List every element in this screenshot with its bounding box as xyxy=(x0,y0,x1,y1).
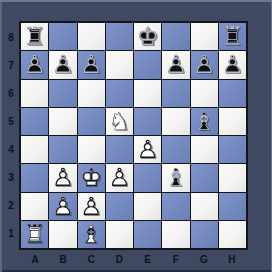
black-pawn-icon: ♟ xyxy=(21,51,48,78)
square-g3[interactable] xyxy=(191,164,218,191)
square-e8[interactable]: ♚♔ xyxy=(134,23,161,50)
file-label-b: B xyxy=(49,250,77,268)
black-pawn-outline-icon: ♙ xyxy=(21,51,48,78)
square-a8[interactable]: ♜♖ xyxy=(21,23,48,50)
square-e7[interactable] xyxy=(134,51,161,78)
file-label-g: G xyxy=(190,250,218,268)
black-rook-outline-icon: ♖ xyxy=(219,23,246,50)
white-king-icon: ♚ xyxy=(78,164,105,191)
square-h3[interactable] xyxy=(219,164,246,191)
square-f8[interactable] xyxy=(162,23,189,50)
black-pawn-icon: ♟ xyxy=(78,51,105,78)
square-f4[interactable] xyxy=(162,136,189,163)
square-f7[interactable]: ♟♙ xyxy=(162,51,189,78)
square-h7[interactable]: ♟♙ xyxy=(219,51,246,78)
square-c1[interactable]: ♝♗ xyxy=(78,221,105,248)
chess-diagram: 87654321 ABCDEFGH ♜♖♚♔♜♖♟♙♟♙♟♙♟♙♟♙♟♙♞♘♝♗… xyxy=(0,0,272,272)
white-rook-icon: ♜ xyxy=(21,221,48,248)
square-e2[interactable] xyxy=(134,193,161,220)
square-e3[interactable] xyxy=(134,164,161,191)
square-e6[interactable] xyxy=(134,80,161,107)
white-pawn-outline-icon: ♙ xyxy=(106,164,133,191)
black-king-outline-icon: ♔ xyxy=(134,23,161,50)
square-h6[interactable] xyxy=(219,80,246,107)
white-pawn-icon: ♟ xyxy=(78,193,105,220)
square-d6[interactable] xyxy=(106,80,133,107)
white-knight-icon: ♞ xyxy=(106,108,133,135)
square-g7[interactable]: ♟♙ xyxy=(191,51,218,78)
square-h2[interactable] xyxy=(219,193,246,220)
black-rook-icon: ♜ xyxy=(21,23,48,50)
file-label-a: A xyxy=(21,250,49,268)
piece-black-pawn-g7[interactable]: ♟♙ xyxy=(191,51,218,78)
piece-white-pawn-b3[interactable]: ♟♙ xyxy=(49,164,76,191)
piece-black-pawn-f7[interactable]: ♟♙ xyxy=(162,51,189,78)
black-pawn-icon: ♟ xyxy=(191,51,218,78)
file-label-e: E xyxy=(134,250,162,268)
rank-label-8: 8 xyxy=(0,23,19,51)
black-rook-icon: ♜ xyxy=(219,23,246,50)
square-b2[interactable]: ♟♙ xyxy=(49,193,76,220)
rank-label-5: 5 xyxy=(0,107,19,135)
square-f6[interactable] xyxy=(162,80,189,107)
square-d8[interactable] xyxy=(106,23,133,50)
square-e4[interactable]: ♟♙ xyxy=(134,136,161,163)
chess-board: ♜♖♚♔♜♖♟♙♟♙♟♙♟♙♟♙♟♙♞♘♝♗♟♙♟♙♚♔♟♙♝♗♟♙♟♙♜♖♝♗ xyxy=(19,21,248,250)
white-pawn-outline-icon: ♙ xyxy=(134,136,161,163)
black-pawn-outline-icon: ♙ xyxy=(219,51,246,78)
file-labels: ABCDEFGH xyxy=(21,250,246,268)
piece-white-pawn-b2[interactable]: ♟♙ xyxy=(49,193,76,220)
square-a7[interactable]: ♟♙ xyxy=(21,51,48,78)
square-a6[interactable] xyxy=(21,80,48,107)
piece-white-knight-d5[interactable]: ♞♘ xyxy=(106,108,133,135)
black-bishop-icon: ♝ xyxy=(191,108,218,135)
black-rook-outline-icon: ♖ xyxy=(21,23,48,50)
white-pawn-icon: ♟ xyxy=(49,164,76,191)
square-c8[interactable] xyxy=(78,23,105,50)
square-c5[interactable] xyxy=(78,108,105,135)
black-pawn-icon: ♟ xyxy=(162,51,189,78)
piece-white-pawn-e4[interactable]: ♟♙ xyxy=(134,136,161,163)
piece-black-rook-h8[interactable]: ♜♖ xyxy=(219,23,246,50)
rank-label-4: 4 xyxy=(0,136,19,164)
black-pawn-icon: ♟ xyxy=(219,51,246,78)
white-bishop-outline-icon: ♗ xyxy=(78,221,105,248)
white-bishop-icon: ♝ xyxy=(78,221,105,248)
white-pawn-outline-icon: ♙ xyxy=(49,193,76,220)
square-a1[interactable]: ♜♖ xyxy=(21,221,48,248)
square-g4[interactable] xyxy=(191,136,218,163)
square-e5[interactable] xyxy=(134,108,161,135)
square-a3[interactable] xyxy=(21,164,48,191)
square-b7[interactable]: ♟♙ xyxy=(49,51,76,78)
square-b4[interactable] xyxy=(49,136,76,163)
square-a5[interactable] xyxy=(21,108,48,135)
piece-black-rook-a8[interactable]: ♜♖ xyxy=(21,23,48,50)
rank-label-3: 3 xyxy=(0,164,19,192)
white-pawn-outline-icon: ♙ xyxy=(78,193,105,220)
black-pawn-outline-icon: ♙ xyxy=(49,51,76,78)
file-label-d: D xyxy=(105,250,133,268)
file-label-h: H xyxy=(218,250,246,268)
square-d5[interactable]: ♞♘ xyxy=(106,108,133,135)
square-d3[interactable]: ♟♙ xyxy=(106,164,133,191)
rank-label-6: 6 xyxy=(0,79,19,107)
square-a4[interactable] xyxy=(21,136,48,163)
square-c6[interactable] xyxy=(78,80,105,107)
square-d2[interactable] xyxy=(106,193,133,220)
square-c4[interactable] xyxy=(78,136,105,163)
black-bishop-outline-icon: ♗ xyxy=(162,164,189,191)
piece-black-pawn-c7[interactable]: ♟♙ xyxy=(78,51,105,78)
square-b1[interactable] xyxy=(49,221,76,248)
square-a2[interactable] xyxy=(21,193,48,220)
square-f3[interactable]: ♝♗ xyxy=(162,164,189,191)
square-g8[interactable] xyxy=(191,23,218,50)
rank-labels: 87654321 xyxy=(0,23,19,248)
square-f5[interactable] xyxy=(162,108,189,135)
white-pawn-icon: ♟ xyxy=(134,136,161,163)
white-king-outline-icon: ♔ xyxy=(78,164,105,191)
piece-black-pawn-b7[interactable]: ♟♙ xyxy=(49,51,76,78)
rank-label-1: 1 xyxy=(0,220,19,248)
square-g5[interactable]: ♝♗ xyxy=(191,108,218,135)
rank-label-7: 7 xyxy=(0,51,19,79)
square-h1[interactable] xyxy=(219,221,246,248)
white-pawn-icon: ♟ xyxy=(106,164,133,191)
black-king-icon: ♚ xyxy=(134,23,161,50)
piece-white-pawn-c2[interactable]: ♟♙ xyxy=(78,193,105,220)
piece-white-pawn-d3[interactable]: ♟♙ xyxy=(106,164,133,191)
piece-black-bishop-g5[interactable]: ♝♗ xyxy=(191,108,218,135)
square-b8[interactable] xyxy=(49,23,76,50)
piece-white-king-c3[interactable]: ♚♔ xyxy=(78,164,105,191)
square-c7[interactable]: ♟♙ xyxy=(78,51,105,78)
piece-white-bishop-c1[interactable]: ♝♗ xyxy=(78,221,105,248)
square-b6[interactable] xyxy=(49,80,76,107)
square-f2[interactable] xyxy=(162,193,189,220)
rank-label-2: 2 xyxy=(0,192,19,220)
square-d1[interactable] xyxy=(106,221,133,248)
white-rook-outline-icon: ♖ xyxy=(21,221,48,248)
piece-black-king-e8[interactable]: ♚♔ xyxy=(134,23,161,50)
square-d7[interactable] xyxy=(106,51,133,78)
black-pawn-outline-icon: ♙ xyxy=(78,51,105,78)
black-pawn-icon: ♟ xyxy=(49,51,76,78)
black-pawn-outline-icon: ♙ xyxy=(162,51,189,78)
square-e1[interactable] xyxy=(134,221,161,248)
square-h5[interactable] xyxy=(219,108,246,135)
black-bishop-outline-icon: ♗ xyxy=(191,108,218,135)
square-g2[interactable] xyxy=(191,193,218,220)
piece-black-pawn-a7[interactable]: ♟♙ xyxy=(21,51,48,78)
file-label-c: C xyxy=(77,250,105,268)
file-label-f: F xyxy=(162,250,190,268)
white-pawn-outline-icon: ♙ xyxy=(49,164,76,191)
square-g6[interactable] xyxy=(191,80,218,107)
square-h8[interactable]: ♜♖ xyxy=(219,23,246,50)
square-c3[interactable]: ♚♔ xyxy=(78,164,105,191)
square-b5[interactable] xyxy=(49,108,76,135)
black-bishop-icon: ♝ xyxy=(162,164,189,191)
square-c2[interactable]: ♟♙ xyxy=(78,193,105,220)
square-b3[interactable]: ♟♙ xyxy=(49,164,76,191)
square-f1[interactable] xyxy=(162,221,189,248)
square-d4[interactable] xyxy=(106,136,133,163)
square-h4[interactable] xyxy=(219,136,246,163)
white-knight-outline-icon: ♘ xyxy=(106,108,133,135)
piece-white-rook-a1[interactable]: ♜♖ xyxy=(21,221,48,248)
white-pawn-icon: ♟ xyxy=(49,193,76,220)
piece-black-bishop-f3[interactable]: ♝♗ xyxy=(162,164,189,191)
square-g1[interactable] xyxy=(191,221,218,248)
piece-black-pawn-h7[interactable]: ♟♙ xyxy=(219,51,246,78)
black-pawn-outline-icon: ♙ xyxy=(191,51,218,78)
